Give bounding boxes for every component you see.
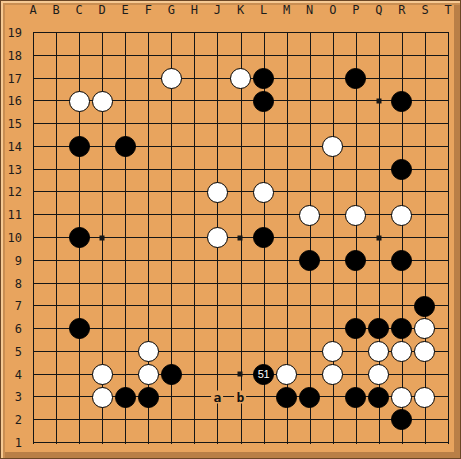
- point-B14[interactable]: [45, 135, 68, 158]
- point-B8[interactable]: [45, 272, 68, 295]
- point-K6[interactable]: [229, 318, 252, 341]
- point-O6[interactable]: [321, 318, 344, 341]
- point-C9[interactable]: [68, 249, 91, 272]
- point-E11[interactable]: [114, 204, 137, 227]
- point-T17[interactable]: [436, 67, 459, 90]
- point-B2[interactable]: [45, 409, 68, 432]
- point-R14[interactable]: [390, 135, 413, 158]
- point-E17[interactable]: [114, 67, 137, 90]
- point-N12[interactable]: [298, 181, 321, 204]
- point-J19[interactable]: [206, 22, 229, 45]
- point-M9[interactable]: [275, 249, 298, 272]
- point-A11[interactable]: [22, 204, 45, 227]
- point-P15[interactable]: [344, 113, 367, 136]
- point-H19[interactable]: [183, 22, 206, 45]
- point-D10[interactable]: [91, 226, 114, 249]
- point-G18[interactable]: [160, 44, 183, 67]
- point-K19[interactable]: [229, 22, 252, 45]
- point-B3[interactable]: [45, 386, 68, 409]
- point-O8[interactable]: [321, 272, 344, 295]
- point-E15[interactable]: [114, 113, 137, 136]
- point-T16[interactable]: [436, 90, 459, 113]
- point-P7[interactable]: [344, 295, 367, 318]
- point-G13[interactable]: [160, 158, 183, 181]
- point-G14[interactable]: [160, 135, 183, 158]
- point-S11[interactable]: [413, 204, 436, 227]
- point-N5[interactable]: [298, 340, 321, 363]
- point-C17[interactable]: [68, 67, 91, 90]
- point-J4[interactable]: [206, 363, 229, 386]
- point-L3[interactable]: [252, 386, 275, 409]
- point-E19[interactable]: [114, 22, 137, 45]
- point-Q11[interactable]: [367, 204, 390, 227]
- point-F2[interactable]: [137, 409, 160, 432]
- point-J3[interactable]: a: [206, 386, 229, 409]
- point-L19[interactable]: [252, 22, 275, 45]
- point-T14[interactable]: [436, 135, 459, 158]
- point-R18[interactable]: [390, 44, 413, 67]
- point-P12[interactable]: [344, 181, 367, 204]
- point-G12[interactable]: [160, 181, 183, 204]
- point-B17[interactable]: [45, 67, 68, 90]
- point-B18[interactable]: [45, 44, 68, 67]
- point-H16[interactable]: [183, 90, 206, 113]
- point-S1[interactable]: [413, 431, 436, 454]
- point-F10[interactable]: [137, 226, 160, 249]
- point-M6[interactable]: [275, 318, 298, 341]
- point-Q12[interactable]: [367, 181, 390, 204]
- point-O18[interactable]: [321, 44, 344, 67]
- point-M2[interactable]: [275, 409, 298, 432]
- point-H6[interactable]: [183, 318, 206, 341]
- point-A1[interactable]: [22, 431, 45, 454]
- point-Q7[interactable]: [367, 295, 390, 318]
- point-O12[interactable]: [321, 181, 344, 204]
- point-R4[interactable]: [390, 363, 413, 386]
- point-K15[interactable]: [229, 113, 252, 136]
- point-J1[interactable]: [206, 431, 229, 454]
- point-K18[interactable]: [229, 44, 252, 67]
- point-Q19[interactable]: [367, 22, 390, 45]
- point-F8[interactable]: [137, 272, 160, 295]
- point-D11[interactable]: [91, 204, 114, 227]
- point-K2[interactable]: [229, 409, 252, 432]
- point-P10[interactable]: [344, 226, 367, 249]
- point-G11[interactable]: [160, 204, 183, 227]
- point-R17[interactable]: [390, 67, 413, 90]
- point-D6[interactable]: [91, 318, 114, 341]
- point-F9[interactable]: [137, 249, 160, 272]
- point-T11[interactable]: [436, 204, 459, 227]
- point-A15[interactable]: [22, 113, 45, 136]
- point-T19[interactable]: [436, 22, 459, 45]
- point-K7[interactable]: [229, 295, 252, 318]
- point-K5[interactable]: [229, 340, 252, 363]
- point-L11[interactable]: [252, 204, 275, 227]
- point-A10[interactable]: [22, 226, 45, 249]
- point-K8[interactable]: [229, 272, 252, 295]
- point-H1[interactable]: [183, 431, 206, 454]
- point-T5[interactable]: [436, 340, 459, 363]
- point-A3[interactable]: [22, 386, 45, 409]
- point-K12[interactable]: [229, 181, 252, 204]
- point-B15[interactable]: [45, 113, 68, 136]
- point-E13[interactable]: [114, 158, 137, 181]
- point-R12[interactable]: [390, 181, 413, 204]
- point-C1[interactable]: [68, 431, 91, 454]
- point-P8[interactable]: [344, 272, 367, 295]
- point-N16[interactable]: [298, 90, 321, 113]
- point-E8[interactable]: [114, 272, 137, 295]
- point-S19[interactable]: [413, 22, 436, 45]
- point-K4[interactable]: [229, 363, 252, 386]
- point-O19[interactable]: [321, 22, 344, 45]
- point-D19[interactable]: [91, 22, 114, 45]
- point-D5[interactable]: [91, 340, 114, 363]
- point-Q2[interactable]: [367, 409, 390, 432]
- point-S12[interactable]: [413, 181, 436, 204]
- point-N18[interactable]: [298, 44, 321, 67]
- point-D9[interactable]: [91, 249, 114, 272]
- point-P4[interactable]: [344, 363, 367, 386]
- point-C2[interactable]: [68, 409, 91, 432]
- point-O9[interactable]: [321, 249, 344, 272]
- point-F11[interactable]: [137, 204, 160, 227]
- point-M17[interactable]: [275, 67, 298, 90]
- point-F18[interactable]: [137, 44, 160, 67]
- point-J5[interactable]: [206, 340, 229, 363]
- point-B4[interactable]: [45, 363, 68, 386]
- point-D2[interactable]: [91, 409, 114, 432]
- point-E16[interactable]: [114, 90, 137, 113]
- point-T18[interactable]: [436, 44, 459, 67]
- point-B11[interactable]: [45, 204, 68, 227]
- point-M5[interactable]: [275, 340, 298, 363]
- point-H13[interactable]: [183, 158, 206, 181]
- point-M16[interactable]: [275, 90, 298, 113]
- point-O7[interactable]: [321, 295, 344, 318]
- point-P2[interactable]: [344, 409, 367, 432]
- point-L6[interactable]: [252, 318, 275, 341]
- point-O17[interactable]: [321, 67, 344, 90]
- point-N17[interactable]: [298, 67, 321, 90]
- point-P1[interactable]: [344, 431, 367, 454]
- point-C3[interactable]: [68, 386, 91, 409]
- point-L14[interactable]: [252, 135, 275, 158]
- point-K9[interactable]: [229, 249, 252, 272]
- point-T10[interactable]: [436, 226, 459, 249]
- point-J2[interactable]: [206, 409, 229, 432]
- point-A6[interactable]: [22, 318, 45, 341]
- point-L9[interactable]: [252, 249, 275, 272]
- point-H7[interactable]: [183, 295, 206, 318]
- point-O16[interactable]: [321, 90, 344, 113]
- point-A14[interactable]: [22, 135, 45, 158]
- point-J14[interactable]: [206, 135, 229, 158]
- point-B16[interactable]: [45, 90, 68, 113]
- point-G15[interactable]: [160, 113, 183, 136]
- point-K10[interactable]: [229, 226, 252, 249]
- point-N15[interactable]: [298, 113, 321, 136]
- point-N2[interactable]: [298, 409, 321, 432]
- point-S13[interactable]: [413, 158, 436, 181]
- point-P14[interactable]: [344, 135, 367, 158]
- point-H18[interactable]: [183, 44, 206, 67]
- point-S16[interactable]: [413, 90, 436, 113]
- point-P18[interactable]: [344, 44, 367, 67]
- point-R19[interactable]: [390, 22, 413, 45]
- point-A8[interactable]: [22, 272, 45, 295]
- point-L13[interactable]: [252, 158, 275, 181]
- point-A2[interactable]: [22, 409, 45, 432]
- point-G19[interactable]: [160, 22, 183, 45]
- point-J8[interactable]: [206, 272, 229, 295]
- point-K16[interactable]: [229, 90, 252, 113]
- point-B5[interactable]: [45, 340, 68, 363]
- point-S18[interactable]: [413, 44, 436, 67]
- point-C15[interactable]: [68, 113, 91, 136]
- point-A7[interactable]: [22, 295, 45, 318]
- point-E4[interactable]: [114, 363, 137, 386]
- point-S2[interactable]: [413, 409, 436, 432]
- point-E18[interactable]: [114, 44, 137, 67]
- point-N10[interactable]: [298, 226, 321, 249]
- point-A17[interactable]: [22, 67, 45, 90]
- point-G3[interactable]: [160, 386, 183, 409]
- point-S14[interactable]: [413, 135, 436, 158]
- point-Q8[interactable]: [367, 272, 390, 295]
- point-T8[interactable]: [436, 272, 459, 295]
- point-T6[interactable]: [436, 318, 459, 341]
- point-O11[interactable]: [321, 204, 344, 227]
- point-P5[interactable]: [344, 340, 367, 363]
- point-M15[interactable]: [275, 113, 298, 136]
- point-N6[interactable]: [298, 318, 321, 341]
- point-R15[interactable]: [390, 113, 413, 136]
- point-Q14[interactable]: [367, 135, 390, 158]
- point-O1[interactable]: [321, 431, 344, 454]
- point-R8[interactable]: [390, 272, 413, 295]
- point-E7[interactable]: [114, 295, 137, 318]
- point-T1[interactable]: [436, 431, 459, 454]
- point-M1[interactable]: [275, 431, 298, 454]
- point-F19[interactable]: [137, 22, 160, 45]
- point-T9[interactable]: [436, 249, 459, 272]
- point-R10[interactable]: [390, 226, 413, 249]
- point-D15[interactable]: [91, 113, 114, 136]
- point-B1[interactable]: [45, 431, 68, 454]
- point-C13[interactable]: [68, 158, 91, 181]
- point-B7[interactable]: [45, 295, 68, 318]
- point-Q15[interactable]: [367, 113, 390, 136]
- point-R7[interactable]: [390, 295, 413, 318]
- point-J9[interactable]: [206, 249, 229, 272]
- point-A13[interactable]: [22, 158, 45, 181]
- point-P19[interactable]: [344, 22, 367, 45]
- point-K1[interactable]: [229, 431, 252, 454]
- point-L18[interactable]: [252, 44, 275, 67]
- point-H5[interactable]: [183, 340, 206, 363]
- point-G16[interactable]: [160, 90, 183, 113]
- point-N13[interactable]: [298, 158, 321, 181]
- point-O3[interactable]: [321, 386, 344, 409]
- point-L1[interactable]: [252, 431, 275, 454]
- point-E9[interactable]: [114, 249, 137, 272]
- point-F1[interactable]: [137, 431, 160, 454]
- point-M13[interactable]: [275, 158, 298, 181]
- point-B12[interactable]: [45, 181, 68, 204]
- point-J13[interactable]: [206, 158, 229, 181]
- point-O2[interactable]: [321, 409, 344, 432]
- point-N14[interactable]: [298, 135, 321, 158]
- point-S8[interactable]: [413, 272, 436, 295]
- point-J18[interactable]: [206, 44, 229, 67]
- point-A18[interactable]: [22, 44, 45, 67]
- point-L15[interactable]: [252, 113, 275, 136]
- point-E6[interactable]: [114, 318, 137, 341]
- point-M18[interactable]: [275, 44, 298, 67]
- point-B9[interactable]: [45, 249, 68, 272]
- point-M11[interactable]: [275, 204, 298, 227]
- point-B10[interactable]: [45, 226, 68, 249]
- point-J15[interactable]: [206, 113, 229, 136]
- point-H12[interactable]: [183, 181, 206, 204]
- point-D8[interactable]: [91, 272, 114, 295]
- point-P13[interactable]: [344, 158, 367, 181]
- point-N4[interactable]: [298, 363, 321, 386]
- point-A12[interactable]: [22, 181, 45, 204]
- point-J16[interactable]: [206, 90, 229, 113]
- point-D13[interactable]: [91, 158, 114, 181]
- point-T12[interactable]: [436, 181, 459, 204]
- point-J6[interactable]: [206, 318, 229, 341]
- point-M8[interactable]: [275, 272, 298, 295]
- point-B6[interactable]: [45, 318, 68, 341]
- point-S4[interactable]: [413, 363, 436, 386]
- point-T7[interactable]: [436, 295, 459, 318]
- point-J17[interactable]: [206, 67, 229, 90]
- point-G7[interactable]: [160, 295, 183, 318]
- point-E12[interactable]: [114, 181, 137, 204]
- point-F16[interactable]: [137, 90, 160, 113]
- point-C19[interactable]: [68, 22, 91, 45]
- point-A9[interactable]: [22, 249, 45, 272]
- point-C18[interactable]: [68, 44, 91, 67]
- point-H11[interactable]: [183, 204, 206, 227]
- point-H14[interactable]: [183, 135, 206, 158]
- point-H8[interactable]: [183, 272, 206, 295]
- point-D18[interactable]: [91, 44, 114, 67]
- point-D12[interactable]: [91, 181, 114, 204]
- point-Q16[interactable]: [367, 90, 390, 113]
- point-Q13[interactable]: [367, 158, 390, 181]
- point-O15[interactable]: [321, 113, 344, 136]
- point-T13[interactable]: [436, 158, 459, 181]
- point-O13[interactable]: [321, 158, 344, 181]
- point-G5[interactable]: [160, 340, 183, 363]
- point-A19[interactable]: [22, 22, 45, 45]
- point-K13[interactable]: [229, 158, 252, 181]
- point-E1[interactable]: [114, 431, 137, 454]
- point-F7[interactable]: [137, 295, 160, 318]
- point-G1[interactable]: [160, 431, 183, 454]
- point-M10[interactable]: [275, 226, 298, 249]
- point-H3[interactable]: [183, 386, 206, 409]
- point-R1[interactable]: [390, 431, 413, 454]
- point-G9[interactable]: [160, 249, 183, 272]
- point-Q10[interactable]: [367, 226, 390, 249]
- point-J7[interactable]: [206, 295, 229, 318]
- point-D1[interactable]: [91, 431, 114, 454]
- point-F14[interactable]: [137, 135, 160, 158]
- point-E5[interactable]: [114, 340, 137, 363]
- point-N7[interactable]: [298, 295, 321, 318]
- point-F17[interactable]: [137, 67, 160, 90]
- point-E10[interactable]: [114, 226, 137, 249]
- point-S10[interactable]: [413, 226, 436, 249]
- point-H9[interactable]: [183, 249, 206, 272]
- point-P16[interactable]: [344, 90, 367, 113]
- point-D7[interactable]: [91, 295, 114, 318]
- point-K3[interactable]: b: [229, 386, 252, 409]
- point-Q1[interactable]: [367, 431, 390, 454]
- point-S15[interactable]: [413, 113, 436, 136]
- point-K11[interactable]: [229, 204, 252, 227]
- point-T15[interactable]: [436, 113, 459, 136]
- point-L8[interactable]: [252, 272, 275, 295]
- point-C8[interactable]: [68, 272, 91, 295]
- point-N1[interactable]: [298, 431, 321, 454]
- point-N19[interactable]: [298, 22, 321, 45]
- point-M7[interactable]: [275, 295, 298, 318]
- point-M14[interactable]: [275, 135, 298, 158]
- point-A16[interactable]: [22, 90, 45, 113]
- point-G8[interactable]: [160, 272, 183, 295]
- point-H4[interactable]: [183, 363, 206, 386]
- point-F12[interactable]: [137, 181, 160, 204]
- point-H10[interactable]: [183, 226, 206, 249]
- point-A4[interactable]: [22, 363, 45, 386]
- point-L2[interactable]: [252, 409, 275, 432]
- point-C11[interactable]: [68, 204, 91, 227]
- point-B19[interactable]: [45, 22, 68, 45]
- point-F13[interactable]: [137, 158, 160, 181]
- point-G2[interactable]: [160, 409, 183, 432]
- point-L7[interactable]: [252, 295, 275, 318]
- point-T2[interactable]: [436, 409, 459, 432]
- point-C5[interactable]: [68, 340, 91, 363]
- point-Q9[interactable]: [367, 249, 390, 272]
- point-F6[interactable]: [137, 318, 160, 341]
- point-N8[interactable]: [298, 272, 321, 295]
- point-T4[interactable]: [436, 363, 459, 386]
- point-G6[interactable]: [160, 318, 183, 341]
- point-G10[interactable]: [160, 226, 183, 249]
- point-O10[interactable]: [321, 226, 344, 249]
- point-C4[interactable]: [68, 363, 91, 386]
- point-M12[interactable]: [275, 181, 298, 204]
- point-A5[interactable]: [22, 340, 45, 363]
- point-M19[interactable]: [275, 22, 298, 45]
- board-grid[interactable]: 51ab: [22, 22, 460, 455]
- point-L5[interactable]: [252, 340, 275, 363]
- point-D14[interactable]: [91, 135, 114, 158]
- point-S9[interactable]: [413, 249, 436, 272]
- point-F15[interactable]: [137, 113, 160, 136]
- point-J11[interactable]: [206, 204, 229, 227]
- point-S17[interactable]: [413, 67, 436, 90]
- point-Q18[interactable]: [367, 44, 390, 67]
